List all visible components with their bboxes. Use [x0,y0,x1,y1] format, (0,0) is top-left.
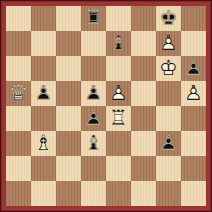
square-a7[interactable] [6,31,31,56]
square-h6[interactable]: ♟♙ [181,56,206,81]
black-rook-piece: ♜♖ [81,6,106,31]
square-c5[interactable] [56,81,81,106]
square-g8[interactable]: ♚♔ [156,6,181,31]
square-f4[interactable] [131,106,156,131]
square-c6[interactable] [56,56,81,81]
piece-glyph-outline: ♙ [106,81,131,106]
square-c7[interactable] [56,31,81,56]
square-h1[interactable] [181,181,206,206]
piece-glyph-outline: ♗ [31,131,56,156]
black-pawn-piece: ♟♙ [156,131,181,156]
piece-glyph-outline: ♙ [181,81,206,106]
square-c2[interactable] [56,156,81,181]
piece-glyph-outline: ♙ [81,106,106,131]
white-bishop-piece: ♝♗ [31,131,56,156]
square-b5[interactable]: ♟♙ [31,81,56,106]
piece-glyph-outline: ♗ [81,131,106,156]
piece-glyph-outline: ♙ [181,56,206,81]
square-h3[interactable] [181,131,206,156]
square-g1[interactable] [156,181,181,206]
square-h5[interactable]: ♟♙ [181,81,206,106]
square-c3[interactable] [56,131,81,156]
square-d2[interactable] [81,156,106,181]
square-a4[interactable] [6,106,31,131]
square-g6[interactable]: ♚♔ [156,56,181,81]
square-f7[interactable] [131,31,156,56]
piece-glyph-outline: ♕ [6,81,31,106]
square-d7[interactable] [81,31,106,56]
white-pawn-piece: ♟♙ [156,31,181,56]
piece-glyph-outline: ♙ [81,81,106,106]
square-e4[interactable]: ♜♖ [106,106,131,131]
square-g2[interactable] [156,156,181,181]
square-a5[interactable]: ♛♕ [6,81,31,106]
square-d3[interactable]: ♝♗ [81,131,106,156]
square-g4[interactable] [156,106,181,131]
square-e1[interactable] [106,181,131,206]
square-g3[interactable]: ♟♙ [156,131,181,156]
square-b6[interactable] [31,56,56,81]
square-e6[interactable] [106,56,131,81]
square-a6[interactable] [6,56,31,81]
square-a3[interactable] [6,131,31,156]
square-f8[interactable] [131,6,156,31]
square-f3[interactable] [131,131,156,156]
square-e3[interactable] [106,131,131,156]
square-c4[interactable] [56,106,81,131]
square-e7[interactable]: ♝♗ [106,31,131,56]
square-d5[interactable]: ♟♙ [81,81,106,106]
square-d1[interactable] [81,181,106,206]
piece-glyph-outline: ♖ [106,106,131,131]
square-a2[interactable] [6,156,31,181]
black-bishop-piece: ♝♗ [81,131,106,156]
piece-glyph-outline: ♙ [31,81,56,106]
square-b8[interactable] [31,6,56,31]
square-b3[interactable]: ♝♗ [31,131,56,156]
square-d4[interactable]: ♟♙ [81,106,106,131]
square-b2[interactable] [31,156,56,181]
black-pawn-piece: ♟♙ [81,81,106,106]
square-b1[interactable] [31,181,56,206]
square-h8[interactable] [181,6,206,31]
square-h2[interactable] [181,156,206,181]
piece-glyph-outline: ♙ [156,131,181,156]
square-f6[interactable] [131,56,156,81]
black-king-piece: ♚♔ [156,6,181,31]
square-g5[interactable] [156,81,181,106]
square-a1[interactable] [6,181,31,206]
chess-board: ♜♖♚♔♝♗♟♙♚♔♟♙♛♕♟♙♟♙♟♙♟♙♟♙♜♖♝♗♝♗♟♙ [6,6,206,206]
black-bishop-piece: ♝♗ [106,31,131,56]
square-c8[interactable] [56,6,81,31]
piece-glyph-outline: ♖ [81,6,106,31]
board-frame: ♜♖♚♔♝♗♟♙♚♔♟♙♛♕♟♙♟♙♟♙♟♙♟♙♜♖♝♗♝♗♟♙ [0,0,212,212]
square-c1[interactable] [56,181,81,206]
square-a8[interactable] [6,6,31,31]
square-b4[interactable] [31,106,56,131]
square-d8[interactable]: ♜♖ [81,6,106,31]
square-e2[interactable] [106,156,131,181]
white-king-piece: ♚♔ [156,56,181,81]
square-f5[interactable] [131,81,156,106]
white-pawn-piece: ♟♙ [106,81,131,106]
square-g7[interactable]: ♟♙ [156,31,181,56]
piece-glyph-outline: ♗ [106,31,131,56]
square-b7[interactable] [31,31,56,56]
piece-glyph-outline: ♙ [156,31,181,56]
square-e8[interactable] [106,6,131,31]
black-pawn-piece: ♟♙ [81,106,106,131]
piece-glyph-outline: ♔ [156,6,181,31]
square-h7[interactable] [181,31,206,56]
square-e5[interactable]: ♟♙ [106,81,131,106]
white-pawn-piece: ♟♙ [181,81,206,106]
piece-glyph-outline: ♔ [156,56,181,81]
black-pawn-piece: ♟♙ [31,81,56,106]
white-rook-piece: ♜♖ [106,106,131,131]
square-f2[interactable] [131,156,156,181]
square-f1[interactable] [131,181,156,206]
black-pawn-piece: ♟♙ [181,56,206,81]
white-queen-piece: ♛♕ [6,81,31,106]
square-h4[interactable] [181,106,206,131]
square-d6[interactable] [81,56,106,81]
